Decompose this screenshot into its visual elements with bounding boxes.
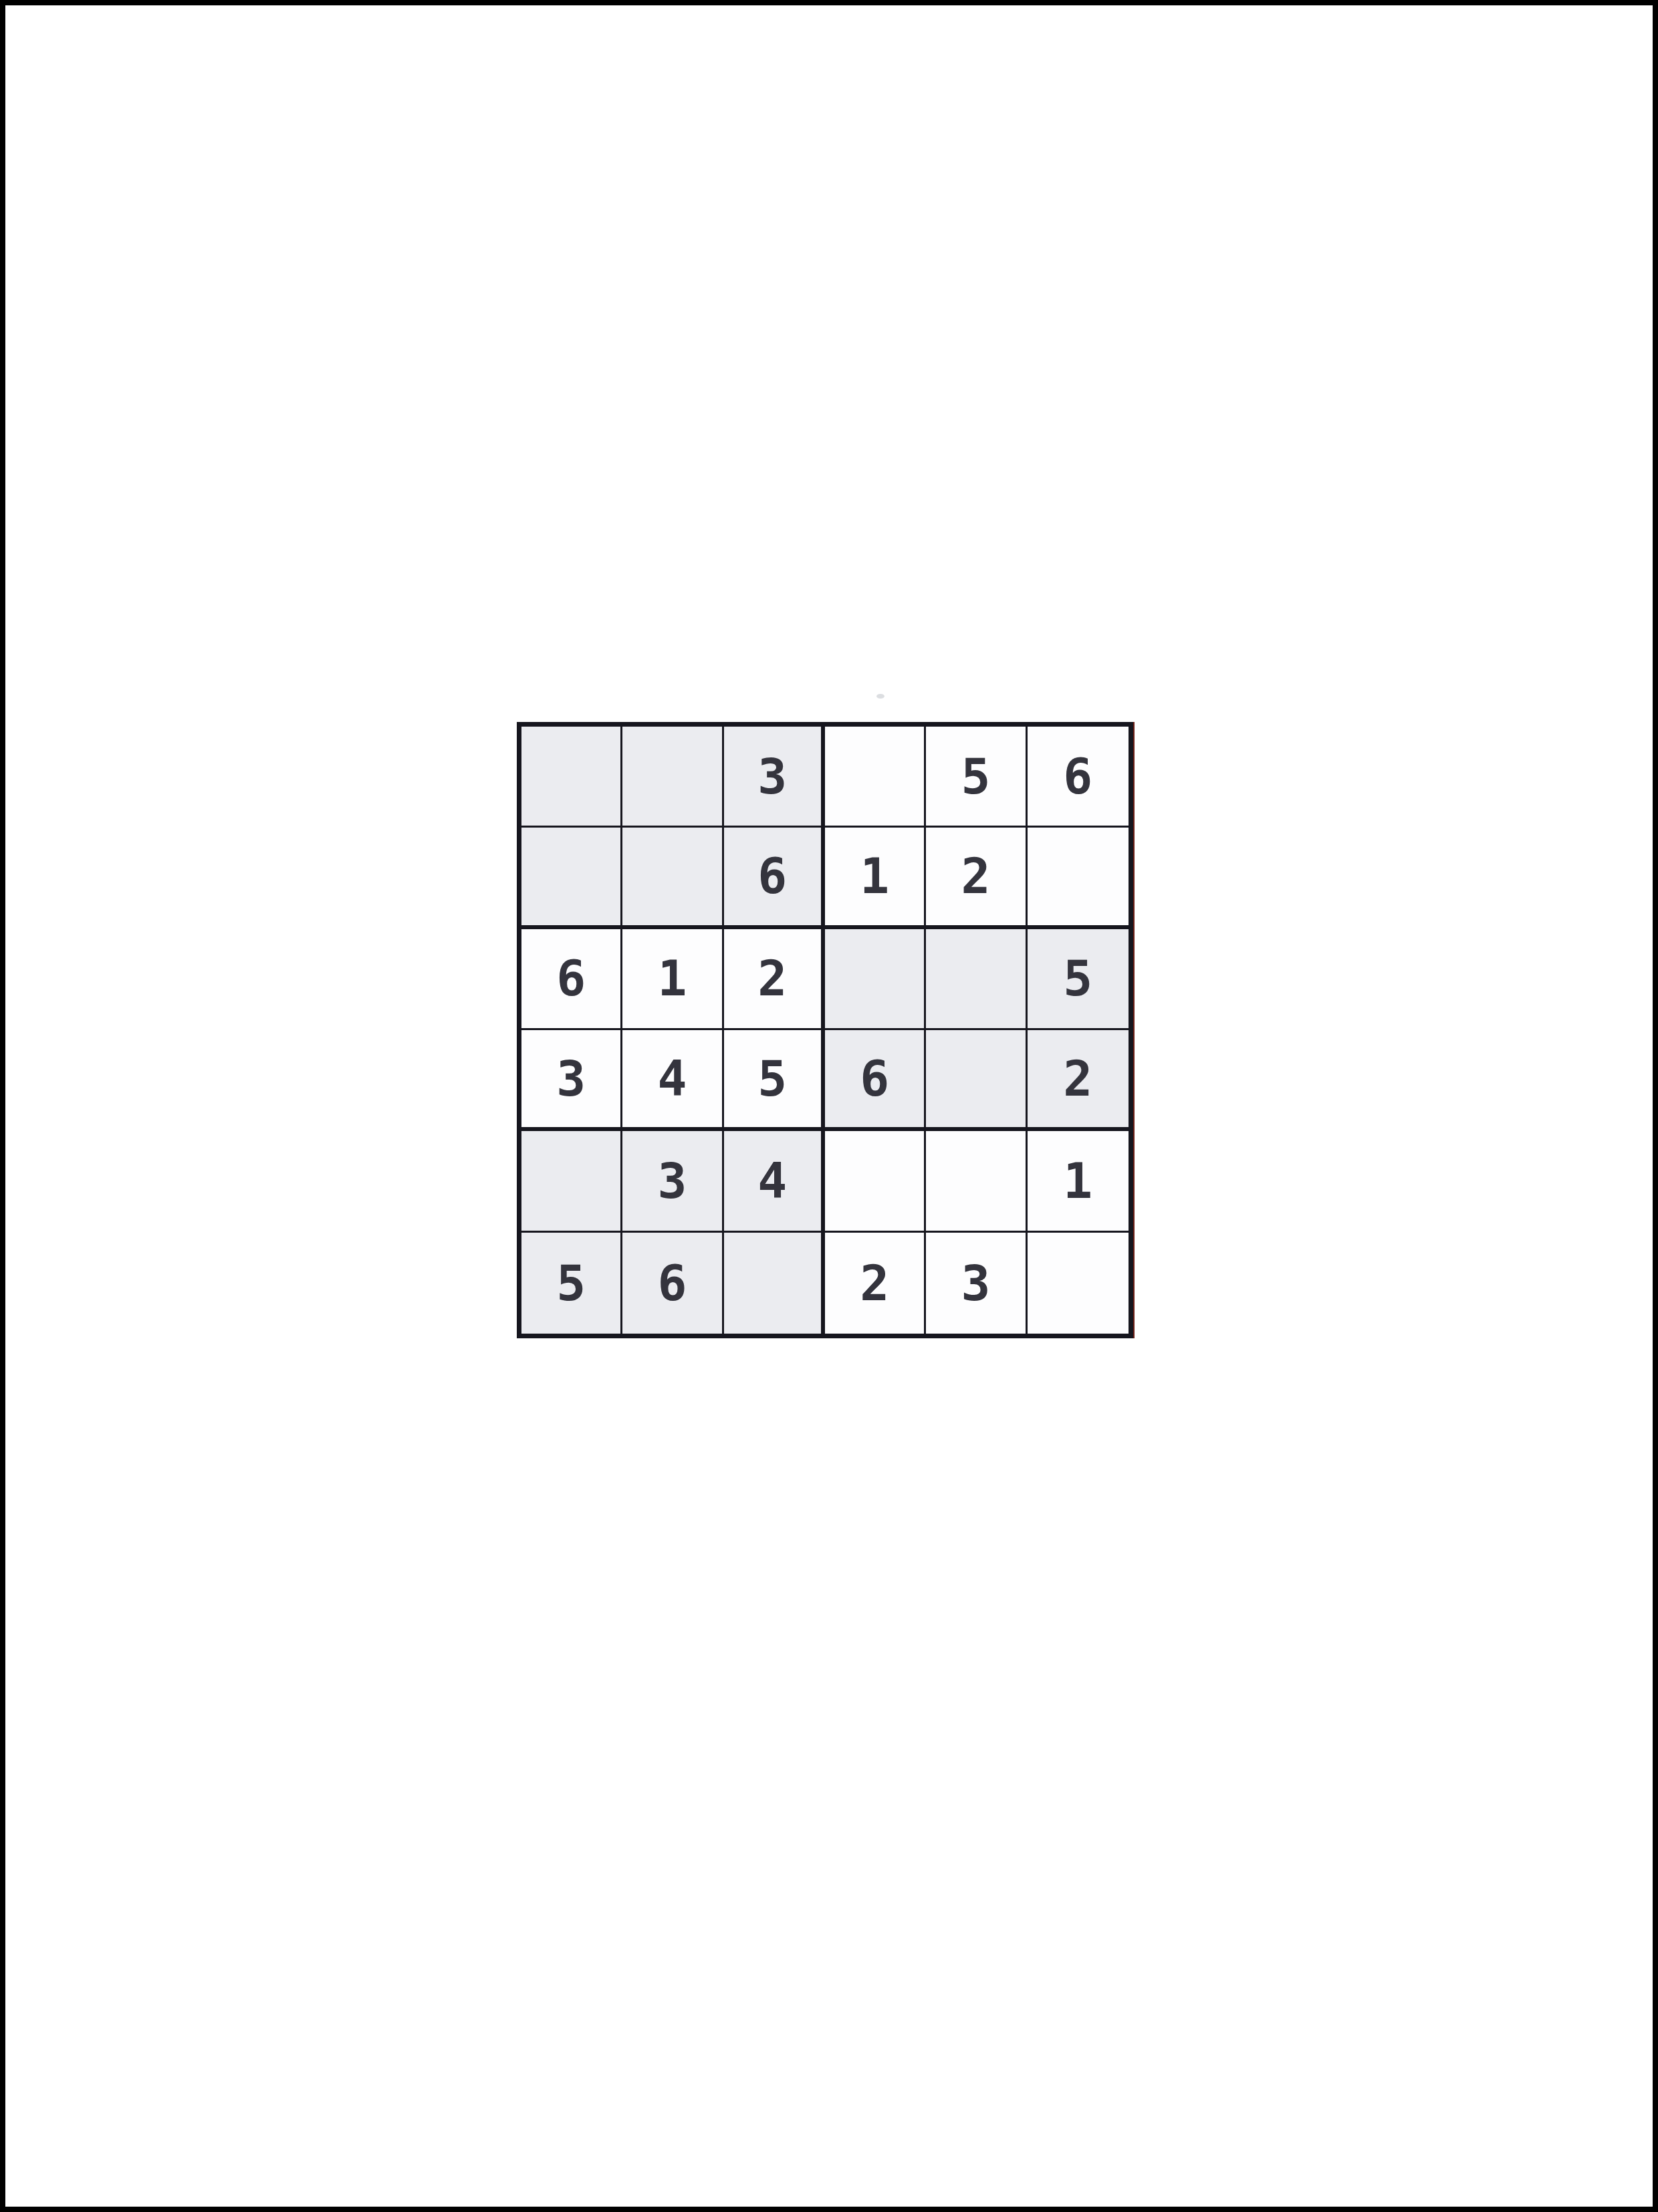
sudoku-cell-r4c3-given-5: 5 [724, 1030, 825, 1131]
sudoku-cell-r3c6-given-5: 5 [1028, 929, 1129, 1030]
scanned-worksheet-page: 3566126125345623415623 [0, 0, 1658, 2212]
sudoku-cell-r5c2-given-3: 3 [622, 1131, 723, 1232]
sudoku-cell-r1c4-empty [825, 727, 926, 828]
sudoku-cell-r5c6-given-1: 1 [1028, 1131, 1129, 1232]
sudoku-cell-r1c1-empty [521, 727, 622, 828]
sudoku-cell-r5c5-empty [926, 1131, 1027, 1232]
sudoku-cell-r6c1-given-5: 5 [521, 1233, 622, 1334]
sudoku-cell-r1c2-empty [622, 727, 723, 828]
sudoku-cell-r1c6-given-6: 6 [1028, 727, 1129, 828]
sudoku-cell-r4c4-given-6: 6 [825, 1030, 926, 1131]
sudoku-cell-r3c3-given-2: 2 [724, 929, 825, 1030]
sudoku-cell-r4c5-empty [926, 1030, 1027, 1131]
scan-speck [876, 694, 884, 699]
sudoku-cell-r1c3-given-3: 3 [724, 727, 825, 828]
sudoku-cell-r6c2-given-6: 6 [622, 1233, 723, 1334]
sudoku-cell-r1c5-given-5: 5 [926, 727, 1027, 828]
sudoku-cell-r2c5-given-2: 2 [926, 828, 1027, 929]
sudoku-board: 3566126125345623415623 [517, 722, 1133, 1338]
sudoku-cell-r2c3-given-6: 6 [724, 828, 825, 929]
sudoku-cell-r3c5-empty [926, 929, 1027, 1030]
sudoku-cell-r5c3-given-4: 4 [724, 1131, 825, 1232]
sudoku-cell-r4c2-given-4: 4 [622, 1030, 723, 1131]
sudoku-cell-r5c1-empty [521, 1131, 622, 1232]
sudoku-cell-r2c2-empty [622, 828, 723, 929]
sudoku-cell-r2c4-given-1: 1 [825, 828, 926, 929]
sudoku-cell-r5c4-empty [825, 1131, 926, 1232]
sudoku-cell-r3c4-empty [825, 929, 926, 1030]
sudoku-cell-r6c5-given-3: 3 [926, 1233, 1027, 1334]
sudoku-cell-r6c3-empty [724, 1233, 825, 1334]
sudoku-cell-r4c6-given-2: 2 [1028, 1030, 1129, 1131]
sudoku-cell-r2c1-empty [521, 828, 622, 929]
sudoku-cell-r3c2-given-1: 1 [622, 929, 723, 1030]
sudoku-cell-r6c4-given-2: 2 [825, 1233, 926, 1334]
sudoku-cell-r6c6-empty [1028, 1233, 1129, 1334]
sudoku-cell-r3c1-given-6: 6 [521, 929, 622, 1030]
sudoku-cell-r4c1-given-3: 3 [521, 1030, 622, 1131]
sudoku-cell-r2c6-empty [1028, 828, 1129, 929]
